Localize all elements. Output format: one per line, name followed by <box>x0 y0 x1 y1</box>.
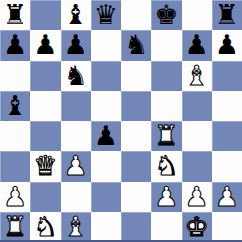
piece-black-knight: ♞ <box>124 30 148 60</box>
square-d3[interactable] <box>91 151 121 181</box>
square-h2[interactable]: ♟ <box>212 182 242 212</box>
square-f3[interactable]: ♞ <box>151 151 181 181</box>
square-h1[interactable] <box>212 212 242 242</box>
piece-white-rook: ♜ <box>3 212 27 242</box>
piece-black-pawn: ♟ <box>94 121 118 151</box>
square-a7[interactable]: ♟ <box>0 30 30 60</box>
square-f7[interactable] <box>151 30 181 60</box>
square-e6[interactable] <box>121 61 151 91</box>
square-h3[interactable] <box>212 151 242 181</box>
piece-white-knight: ♞ <box>154 151 178 181</box>
square-a8[interactable]: ♜ <box>0 0 30 30</box>
square-b7[interactable]: ♟ <box>30 30 60 60</box>
piece-black-rook: ♜ <box>3 0 27 30</box>
piece-white-knight: ♞ <box>33 212 57 242</box>
square-b5[interactable] <box>30 91 60 121</box>
piece-black-king: ♚ <box>154 0 178 30</box>
square-c3[interactable]: ♟ <box>61 151 91 181</box>
piece-black-pawn: ♟ <box>64 30 88 60</box>
square-d8[interactable]: ♛ <box>91 0 121 30</box>
piece-white-king: ♚ <box>185 212 209 242</box>
piece-white-queen: ♛ <box>33 151 57 181</box>
square-d2[interactable] <box>91 182 121 212</box>
piece-black-bishop: ♝ <box>64 0 88 30</box>
square-g3[interactable] <box>182 151 212 181</box>
square-a1[interactable]: ♜ <box>0 212 30 242</box>
square-d1[interactable] <box>91 212 121 242</box>
square-g6[interactable]: ♝ <box>182 61 212 91</box>
piece-white-bishop: ♝ <box>64 212 88 242</box>
piece-white-pawn: ♟ <box>3 182 27 212</box>
piece-black-queen: ♛ <box>94 0 118 30</box>
square-c6[interactable]: ♞ <box>61 61 91 91</box>
piece-black-pawn: ♟ <box>3 30 27 60</box>
piece-black-bishop: ♝ <box>3 91 27 121</box>
piece-white-pawn: ♟ <box>215 182 239 212</box>
square-b1[interactable]: ♞ <box>30 212 60 242</box>
square-b2[interactable] <box>30 182 60 212</box>
square-e1[interactable] <box>121 212 151 242</box>
square-a5[interactable]: ♝ <box>0 91 30 121</box>
square-b3[interactable]: ♛ <box>30 151 60 181</box>
square-c8[interactable]: ♝ <box>61 0 91 30</box>
square-b6[interactable] <box>30 61 60 91</box>
square-a2[interactable]: ♟ <box>0 182 30 212</box>
square-g2[interactable]: ♟ <box>182 182 212 212</box>
square-g7[interactable]: ♟ <box>182 30 212 60</box>
piece-black-knight: ♞ <box>64 61 88 91</box>
square-f4[interactable]: ♜ <box>151 121 181 151</box>
square-f5[interactable] <box>151 91 181 121</box>
square-c2[interactable] <box>61 182 91 212</box>
square-h5[interactable] <box>212 91 242 121</box>
square-g5[interactable] <box>182 91 212 121</box>
square-c7[interactable]: ♟ <box>61 30 91 60</box>
piece-black-rook: ♜ <box>215 0 239 30</box>
square-e8[interactable] <box>121 0 151 30</box>
square-a4[interactable] <box>0 121 30 151</box>
square-g1[interactable]: ♚ <box>182 212 212 242</box>
square-g8[interactable] <box>182 0 212 30</box>
square-b8[interactable] <box>30 0 60 30</box>
square-c4[interactable] <box>61 121 91 151</box>
piece-white-pawn: ♟ <box>64 151 88 181</box>
piece-white-pawn: ♟ <box>185 182 209 212</box>
square-e4[interactable] <box>121 121 151 151</box>
square-d7[interactable] <box>91 30 121 60</box>
square-h7[interactable]: ♟ <box>212 30 242 60</box>
square-h4[interactable] <box>212 121 242 151</box>
piece-white-bishop: ♝ <box>185 61 209 91</box>
piece-white-pawn: ♟ <box>154 182 178 212</box>
square-c5[interactable] <box>61 91 91 121</box>
square-d5[interactable] <box>91 91 121 121</box>
square-g4[interactable] <box>182 121 212 151</box>
square-a3[interactable] <box>0 151 30 181</box>
square-e5[interactable] <box>121 91 151 121</box>
square-h8[interactable]: ♜ <box>212 0 242 30</box>
square-f8[interactable]: ♚ <box>151 0 181 30</box>
square-f2[interactable]: ♟ <box>151 182 181 212</box>
square-b4[interactable] <box>30 121 60 151</box>
piece-black-pawn: ♟ <box>185 30 209 60</box>
piece-black-pawn: ♟ <box>33 30 57 60</box>
chess-board: ♜♝♛♚♜♟♟♟♞♟♟♞♝♝♟♜♛♟♞♟♟♟♟♜♞♝♚ <box>0 0 242 242</box>
square-c1[interactable]: ♝ <box>61 212 91 242</box>
square-f1[interactable] <box>151 212 181 242</box>
square-e7[interactable]: ♞ <box>121 30 151 60</box>
square-f6[interactable] <box>151 61 181 91</box>
piece-black-pawn: ♟ <box>215 30 239 60</box>
square-d6[interactable] <box>91 61 121 91</box>
square-a6[interactable] <box>0 61 30 91</box>
square-e3[interactable] <box>121 151 151 181</box>
piece-white-rook: ♜ <box>154 121 178 151</box>
square-e2[interactable] <box>121 182 151 212</box>
square-d4[interactable]: ♟ <box>91 121 121 151</box>
square-h6[interactable] <box>212 61 242 91</box>
